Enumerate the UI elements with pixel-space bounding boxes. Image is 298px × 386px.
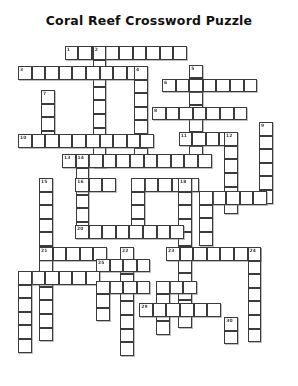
cell[interactable] <box>153 303 167 317</box>
cell[interactable]: 1 <box>65 46 79 60</box>
cell[interactable] <box>72 271 86 285</box>
cell[interactable] <box>206 107 220 121</box>
cell[interactable] <box>166 303 180 317</box>
cell[interactable] <box>96 308 110 322</box>
cell[interactable] <box>206 132 220 146</box>
cell[interactable] <box>230 79 244 93</box>
cell[interactable] <box>259 136 273 150</box>
cell[interactable] <box>170 225 184 239</box>
cell[interactable] <box>194 303 208 317</box>
cell[interactable] <box>127 134 141 148</box>
word-slot-across-1: 1 <box>65 46 187 60</box>
cell[interactable]: 12 <box>224 132 238 146</box>
word-slot-down <box>199 191 213 245</box>
cell[interactable] <box>248 301 262 315</box>
cell[interactable] <box>80 247 94 261</box>
cell[interactable] <box>166 107 180 121</box>
cell[interactable] <box>145 178 159 192</box>
clue-number: 1 <box>67 47 70 52</box>
cell[interactable] <box>53 247 67 261</box>
cell[interactable] <box>93 100 107 114</box>
word-slot-across-10: 10 <box>18 134 154 148</box>
cell[interactable] <box>120 315 134 329</box>
crossword-page: Coral Reef Crossword Puzzle 123456789101… <box>0 0 298 386</box>
cell[interactable] <box>158 178 172 192</box>
cell[interactable] <box>259 163 273 177</box>
cell[interactable] <box>240 191 254 205</box>
cell[interactable] <box>120 301 134 315</box>
word-slot-down-30: 30 <box>224 317 238 344</box>
cell[interactable] <box>116 154 130 168</box>
clue-number: 14 <box>78 155 84 160</box>
cell[interactable] <box>224 331 238 345</box>
clue-number: 7 <box>43 91 46 96</box>
cell[interactable] <box>220 247 234 261</box>
cell[interactable] <box>171 154 185 168</box>
word-slot-across-3: 3 <box>18 66 140 80</box>
cell[interactable] <box>244 79 258 93</box>
clue-number: 15 <box>41 179 47 184</box>
cell[interactable] <box>193 107 207 121</box>
clue-number: 22 <box>122 248 128 253</box>
cell[interactable] <box>198 154 212 168</box>
word-slot-across-25: 25 <box>96 259 150 273</box>
cell[interactable] <box>86 66 100 80</box>
cell[interactable] <box>39 300 53 314</box>
cell[interactable] <box>234 247 248 261</box>
cell[interactable] <box>113 66 127 80</box>
cell[interactable] <box>133 46 147 60</box>
clue-number: 10 <box>20 135 26 140</box>
cell[interactable] <box>72 134 86 148</box>
cell[interactable]: 7 <box>41 90 55 104</box>
cell[interactable] <box>130 154 144 168</box>
cell[interactable] <box>248 329 262 343</box>
cell[interactable] <box>76 208 90 222</box>
cell[interactable] <box>248 288 262 302</box>
cell[interactable] <box>18 285 32 299</box>
cell[interactable] <box>189 79 203 93</box>
cell[interactable] <box>157 225 171 239</box>
cell[interactable] <box>59 134 73 148</box>
cell[interactable] <box>45 271 59 285</box>
clue-number: 16 <box>77 179 83 184</box>
cell[interactable] <box>89 178 103 192</box>
cell[interactable]: 6 <box>162 79 176 93</box>
clue-number: 11 <box>181 133 187 138</box>
clue-number: 5 <box>191 66 194 71</box>
clue-number: 23 <box>168 248 174 253</box>
cell[interactable] <box>207 303 221 317</box>
cell[interactable] <box>248 274 262 288</box>
cell[interactable] <box>32 134 46 148</box>
clue-number: 3 <box>20 67 23 72</box>
clue-number: 2 <box>95 47 98 52</box>
cell[interactable]: 2 <box>93 46 107 60</box>
cell[interactable] <box>96 294 110 308</box>
clue-number: 12 <box>226 133 232 138</box>
clue-number: 9 <box>261 123 264 128</box>
cell[interactable]: 15 <box>39 178 53 192</box>
clue-number: 29 <box>141 304 147 309</box>
cell[interactable] <box>76 195 90 209</box>
clue-number: 18 <box>180 179 186 184</box>
cell[interactable] <box>144 154 158 168</box>
cell[interactable]: 18 <box>178 178 192 192</box>
cell[interactable] <box>173 46 187 60</box>
cell[interactable] <box>134 107 148 121</box>
cell[interactable] <box>216 79 230 93</box>
cell[interactable] <box>45 66 59 80</box>
cell[interactable] <box>119 46 133 60</box>
cell[interactable]: 16 <box>75 178 89 192</box>
clue-number: 6 <box>164 80 167 85</box>
cell[interactable] <box>123 281 137 295</box>
cell[interactable] <box>59 66 73 80</box>
cell[interactable] <box>39 328 53 342</box>
crossword-board: 1234567891011121314151617181920212223242… <box>0 0 298 386</box>
cell[interactable] <box>18 325 32 339</box>
cell[interactable] <box>176 79 190 93</box>
cell[interactable]: 10 <box>18 134 32 148</box>
cell[interactable] <box>193 247 207 261</box>
cell[interactable] <box>199 191 213 205</box>
cell[interactable]: 30 <box>224 317 238 331</box>
cell[interactable] <box>18 271 32 285</box>
word-slot-across-8: 8 <box>152 107 247 121</box>
cell[interactable] <box>32 271 46 285</box>
cell[interactable] <box>248 315 262 329</box>
cell[interactable] <box>103 154 117 168</box>
cell[interactable] <box>224 173 238 187</box>
cell[interactable] <box>160 46 174 60</box>
cell[interactable] <box>178 192 192 206</box>
cell[interactable]: 4 <box>134 66 148 80</box>
cell[interactable] <box>96 281 110 295</box>
word-slot-across-20: 20 <box>75 225 184 239</box>
cell[interactable] <box>39 219 53 233</box>
cell[interactable] <box>137 259 151 273</box>
cell[interactable] <box>134 80 148 94</box>
cell[interactable] <box>129 225 143 239</box>
clue-number: 13 <box>64 155 70 160</box>
cell[interactable] <box>39 314 53 328</box>
word-slot-across-6: 6 <box>162 79 257 93</box>
word-slot-down <box>18 271 32 353</box>
cell[interactable] <box>134 120 148 134</box>
clue-number: 30 <box>226 318 232 323</box>
cell[interactable] <box>189 119 203 133</box>
cell[interactable] <box>156 281 170 295</box>
cell[interactable] <box>72 66 86 80</box>
cell[interactable]: 8 <box>152 107 166 121</box>
cell[interactable] <box>248 261 262 275</box>
cell[interactable] <box>86 134 100 148</box>
cell[interactable] <box>259 149 273 163</box>
cell[interactable]: 3 <box>18 66 32 80</box>
cell[interactable] <box>93 87 107 101</box>
cell[interactable] <box>120 342 134 356</box>
cell[interactable] <box>39 287 53 301</box>
cell[interactable] <box>66 247 80 261</box>
cell[interactable] <box>259 176 273 190</box>
cell[interactable] <box>140 134 154 148</box>
cell[interactable] <box>207 247 221 261</box>
cell[interactable]: 29 <box>139 303 153 317</box>
cell[interactable] <box>131 192 145 206</box>
cell[interactable] <box>213 191 227 205</box>
cell[interactable] <box>100 134 114 148</box>
cell[interactable] <box>178 260 192 274</box>
cell[interactable] <box>116 225 130 239</box>
cell[interactable]: 14 <box>76 154 90 168</box>
cell[interactable] <box>39 205 53 219</box>
cell[interactable]: 13 <box>62 154 76 168</box>
cell[interactable]: 20 <box>75 225 89 239</box>
cell[interactable]: 24 <box>248 247 262 261</box>
word-slot-down-14: 14 <box>76 154 90 236</box>
cell[interactable] <box>18 312 32 326</box>
cell[interactable] <box>156 321 170 335</box>
cell[interactable] <box>18 339 32 353</box>
cell[interactable] <box>45 134 59 148</box>
cell[interactable] <box>189 92 203 106</box>
cell[interactable] <box>220 107 234 121</box>
cell[interactable] <box>178 205 192 219</box>
cell[interactable] <box>32 66 46 80</box>
cell[interactable] <box>102 225 116 239</box>
cell[interactable] <box>89 225 103 239</box>
cell[interactable] <box>102 178 116 192</box>
cell[interactable] <box>110 281 124 295</box>
cell[interactable] <box>18 298 32 312</box>
cell[interactable] <box>131 205 145 219</box>
cell[interactable] <box>192 132 206 146</box>
word-slot-down <box>96 281 110 322</box>
cell[interactable] <box>93 114 107 128</box>
cell[interactable] <box>120 329 134 343</box>
cell[interactable] <box>157 154 171 168</box>
cell[interactable] <box>180 247 194 261</box>
cell[interactable] <box>110 259 124 273</box>
cell[interactable]: 21 <box>39 247 53 261</box>
cell[interactable] <box>143 225 157 239</box>
clue-number: 24 <box>250 248 256 253</box>
cell[interactable]: 9 <box>259 122 273 136</box>
clue-number: 21 <box>41 248 47 253</box>
clue-number: 20 <box>77 226 83 231</box>
cell[interactable] <box>113 134 127 148</box>
cell[interactable] <box>199 205 213 219</box>
clue-number: 8 <box>154 108 157 113</box>
cell[interactable]: 23 <box>166 247 180 261</box>
cell[interactable] <box>203 79 217 93</box>
cell[interactable] <box>59 271 73 285</box>
cell[interactable] <box>146 46 160 60</box>
cell[interactable] <box>224 159 238 173</box>
word-slot-down-2: 2 <box>93 46 107 168</box>
cell[interactable] <box>224 146 238 160</box>
cell[interactable] <box>183 281 197 295</box>
cell[interactable] <box>184 154 198 168</box>
cell[interactable] <box>41 104 55 118</box>
cell[interactable] <box>131 178 145 192</box>
cell[interactable] <box>105 46 119 60</box>
cell[interactable] <box>137 281 151 295</box>
word-slot-down-24: 24 <box>248 247 262 342</box>
cell[interactable] <box>100 66 114 80</box>
cell[interactable] <box>123 259 137 273</box>
cell[interactable] <box>39 192 53 206</box>
cell[interactable] <box>78 46 92 60</box>
cell[interactable] <box>134 93 148 107</box>
clue-number: 25 <box>98 260 104 265</box>
cell[interactable]: 11 <box>179 132 193 146</box>
cell[interactable] <box>253 191 267 205</box>
cell[interactable] <box>226 191 240 205</box>
cell[interactable]: 5 <box>189 65 203 79</box>
cell[interactable] <box>39 232 53 246</box>
word-slot-across-29: 29 <box>139 303 221 317</box>
word-slot-across-16: 16 <box>75 178 116 192</box>
cell[interactable] <box>199 232 213 246</box>
cell[interactable] <box>199 218 213 232</box>
cell[interactable] <box>89 154 103 168</box>
cell[interactable] <box>170 281 184 295</box>
cell[interactable] <box>180 303 194 317</box>
cell[interactable] <box>41 117 55 131</box>
cell[interactable] <box>179 107 193 121</box>
cell[interactable] <box>234 107 248 121</box>
clue-number: 4 <box>136 67 139 72</box>
